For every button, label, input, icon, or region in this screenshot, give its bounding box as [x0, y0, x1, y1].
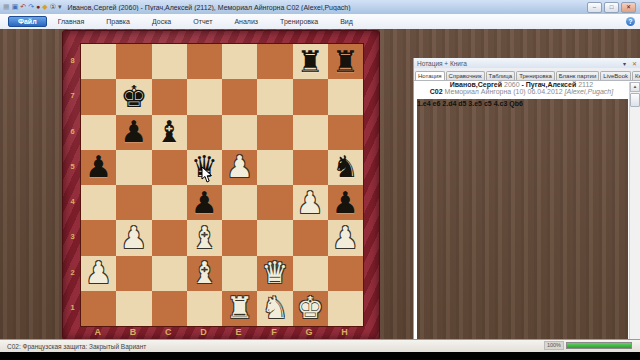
square-c8[interactable]	[152, 44, 187, 79]
title-bar: ▦▣↶↷●◆①▾ Иванов,Сергей (2060) - Пугач,Ал…	[0, 0, 640, 15]
quick-access-toolbar: ▦▣↶↷●◆①▾	[0, 3, 61, 11]
menu-item-анализ[interactable]: Анализ	[223, 16, 269, 27]
square-c1[interactable]	[152, 291, 187, 326]
progress-fill	[567, 343, 631, 348]
tab-бланк-партии[interactable]: Бланк партии	[556, 71, 600, 80]
opening-name: C02: Французская защита: Закрытый Вариан…	[0, 343, 146, 350]
scrollbar-thumb[interactable]	[630, 93, 640, 107]
progress-bar	[566, 342, 632, 349]
rank-label-2: 2	[66, 255, 79, 290]
square-b2[interactable]	[116, 256, 151, 291]
black-rook[interactable]: ♜	[293, 44, 328, 79]
players-line: Иванов,Сергей 2060 - Пугач,Алексей 2112	[414, 81, 629, 88]
rank-label-1: 1	[66, 290, 79, 325]
square-g8[interactable]: ♜	[293, 44, 328, 79]
menu-bar: Файл ГлавнаяПравкаДоскаОтчетАнализТренир…	[0, 14, 640, 30]
file-label-d: D	[186, 325, 221, 338]
square-e8[interactable]	[222, 44, 257, 79]
menu-item-доска[interactable]: Доска	[141, 16, 182, 27]
white-knight[interactable]: ♞	[257, 291, 292, 326]
white-queen[interactable]: ♛	[257, 256, 292, 291]
menu-items: ГлавнаяПравкаДоскаОтчетАнализТренировкаВ…	[47, 16, 364, 27]
menu-item-правка[interactable]: Правка	[95, 16, 141, 27]
square-e3[interactable]	[222, 220, 257, 255]
menu-item-вид[interactable]: Вид	[329, 16, 364, 27]
event-info: Мемориал Айнгорна (10) 06.04.2012	[443, 88, 565, 95]
square-e1[interactable]: ♜	[222, 291, 257, 326]
file-label-a: A	[80, 325, 115, 338]
close-button[interactable]: ✕	[621, 2, 636, 13]
notation-panel: Нотация + Книга ▾ ✕ НотацияСправочникТаб…	[413, 58, 640, 360]
panel-title: Нотация + Книга	[414, 60, 620, 67]
tab-нотация[interactable]: Нотация	[415, 71, 445, 81]
annotator: [Alexei,Pugach]	[565, 88, 614, 95]
menu-item-тренировка[interactable]: Тренировка	[269, 16, 329, 27]
event-line: C02 Мемориал Айнгорна (10) 06.04.2012 [A…	[414, 88, 629, 95]
square-h5[interactable]: ♞	[328, 150, 363, 185]
file-label-c: C	[151, 325, 186, 338]
black-player: Пугач,Алексей	[526, 81, 576, 88]
tab-livebook[interactable]: LiveBook	[600, 71, 631, 80]
file-label-h: H	[327, 325, 362, 338]
square-f5[interactable]	[257, 150, 292, 185]
rank-label-6: 6	[66, 114, 79, 149]
square-e5[interactable]: ♟	[222, 150, 257, 185]
file-label-e: E	[221, 325, 256, 338]
black-bishop[interactable]: ♝	[152, 115, 187, 150]
key-icon[interactable]: ◆	[42, 3, 47, 11]
file-label-g: G	[292, 325, 327, 338]
square-d8[interactable]	[187, 44, 222, 79]
pin-icon[interactable]: ①	[50, 3, 56, 11]
tab-книга[interactable]: Книга	[632, 71, 640, 80]
white-king[interactable]: ♚	[293, 291, 328, 326]
white-rook[interactable]: ♜	[222, 291, 257, 326]
square-h8[interactable]: ♜	[328, 44, 363, 79]
white-player: Иванов,Сергей	[450, 81, 502, 88]
maximize-button[interactable]: □	[604, 2, 619, 13]
board-grid[interactable]: ♜♜♚♟♝♟♛♟♞♟♟♟♟♝♟♟♝♛♜♞♚	[80, 43, 364, 327]
progress-indicator: 100%	[544, 341, 632, 350]
square-d7[interactable]	[187, 79, 222, 114]
black-rook[interactable]: ♜	[328, 44, 363, 79]
rank-label-7: 7	[66, 78, 79, 113]
square-b7[interactable]: ♚	[116, 79, 151, 114]
square-f6[interactable]	[257, 115, 292, 150]
square-h2[interactable]	[328, 256, 363, 291]
square-g2[interactable]	[293, 256, 328, 291]
redo-icon[interactable]: ↷	[28, 3, 34, 11]
notation-scrollbar[interactable]: ▲ ▼	[629, 82, 640, 360]
tab-тренировка[interactable]: Тренировка	[516, 71, 555, 80]
square-g7[interactable]	[293, 79, 328, 114]
square-b3[interactable]: ♟	[116, 220, 151, 255]
progress-label: 100%	[544, 341, 564, 350]
square-a6[interactable]	[81, 115, 116, 150]
square-c2[interactable]	[152, 256, 187, 291]
square-a7[interactable]	[81, 79, 116, 114]
mouse-cursor	[201, 167, 213, 183]
square-f4[interactable]	[257, 185, 292, 220]
white-pawn[interactable]: ♟	[293, 185, 328, 220]
moves-list: 1.e4 e6 2.d4 d5 3.e5 c5 4.c3 Qb6[4...Nc6…	[417, 99, 628, 360]
menu-item-главная[interactable]: Главная	[47, 16, 96, 27]
black-pawn[interactable]: ♟	[328, 185, 363, 220]
square-b8[interactable]	[116, 44, 151, 79]
tab-справочник[interactable]: Справочник	[446, 71, 485, 80]
file-label-f: F	[256, 325, 291, 338]
square-b6[interactable]: ♟	[116, 115, 151, 150]
app-icon[interactable]: ▦	[3, 3, 10, 11]
square-b4[interactable]	[116, 185, 151, 220]
square-d6[interactable]	[187, 115, 222, 150]
rank-label-3: 3	[66, 219, 79, 254]
square-c3[interactable]	[152, 220, 187, 255]
square-a4[interactable]	[81, 185, 116, 220]
file-labels: ABCDEFGH	[80, 325, 362, 338]
move-text[interactable]: 1.e4 e6 2.d4 d5 3.e5 c5 4.c3 Qb6	[417, 100, 523, 107]
game-header: Иванов,Сергей 2060 - Пугач,Алексей 2112 …	[414, 81, 629, 99]
black-knight[interactable]: ♞	[328, 150, 363, 185]
square-a1[interactable]	[81, 291, 116, 326]
square-d4[interactable]: ♟	[187, 185, 222, 220]
white-bishop[interactable]: ♝	[187, 256, 222, 291]
square-d2[interactable]: ♝	[187, 256, 222, 291]
black-pawn[interactable]: ♟	[187, 185, 222, 220]
black-pawn[interactable]: ♟	[81, 150, 116, 185]
square-b1[interactable]	[116, 291, 151, 326]
file-menu-button[interactable]: Файл	[8, 16, 47, 27]
white-bishop[interactable]: ♝	[187, 220, 222, 255]
menu-item-отчет[interactable]: Отчет	[182, 16, 223, 27]
white-pawn[interactable]: ♟	[116, 220, 151, 255]
white-pawn[interactable]: ♟	[328, 220, 363, 255]
square-g5[interactable]	[293, 150, 328, 185]
rank-label-5: 5	[66, 149, 79, 184]
square-e4[interactable]	[222, 185, 257, 220]
square-f2[interactable]: ♛	[257, 256, 292, 291]
bottom-strip	[0, 352, 640, 360]
square-c4[interactable]	[152, 185, 187, 220]
notation-line[interactable]: 1.e4 e6 2.d4 d5 3.e5 c5 4.c3 Qb6	[417, 99, 628, 360]
notation-tabs: НотацияСправочникТаблицаТренировкаБланк …	[414, 68, 640, 81]
square-a5[interactable]: ♟	[81, 150, 116, 185]
chess-board: 87654321 ♜♜♚♟♝♟♛♟♞♟♟♟♟♝♟♟♝♛♜♞♚ ABCDEFGH	[62, 30, 380, 340]
window-controls: –□✕	[587, 2, 640, 13]
rank-labels: 87654321	[66, 43, 79, 325]
square-c6[interactable]: ♝	[152, 115, 187, 150]
square-f1[interactable]: ♞	[257, 291, 292, 326]
square-h4[interactable]: ♟	[328, 185, 363, 220]
square-a8[interactable]	[81, 44, 116, 79]
save-icon[interactable]: ▣	[12, 3, 19, 11]
record-icon[interactable]: ●	[36, 3, 40, 11]
white-pawn[interactable]: ♟	[81, 256, 116, 291]
black-elo: 2112	[576, 81, 593, 88]
square-e2[interactable]	[222, 256, 257, 291]
undo-icon[interactable]: ↶	[20, 3, 26, 11]
square-h7[interactable]	[328, 79, 363, 114]
square-f8[interactable]	[257, 44, 292, 79]
white-pawn[interactable]: ♟	[222, 150, 257, 185]
square-g4[interactable]: ♟	[293, 185, 328, 220]
white-elo: 2060	[502, 81, 520, 88]
help-icon[interactable]: ?	[626, 17, 635, 26]
panel-close-icon[interactable]: ✕	[629, 60, 640, 67]
black-king[interactable]: ♚	[116, 79, 151, 114]
square-h1[interactable]	[328, 291, 363, 326]
square-e6[interactable]	[222, 115, 257, 150]
square-h3[interactable]: ♟	[328, 220, 363, 255]
square-d3[interactable]: ♝	[187, 220, 222, 255]
main-area: 87654321 ♜♜♚♟♝♟♛♟♞♟♟♟♟♝♟♟♝♛♜♞♚ ABCDEFGH …	[0, 29, 640, 339]
tab-таблица[interactable]: Таблица	[486, 71, 516, 80]
square-g1[interactable]: ♚	[293, 291, 328, 326]
square-a3[interactable]	[81, 220, 116, 255]
square-b5[interactable]	[116, 150, 151, 185]
rank-label-4: 4	[66, 184, 79, 219]
toolbar-dropdown-icon[interactable]: ▾	[58, 3, 62, 11]
square-g3[interactable]	[293, 220, 328, 255]
square-f7[interactable]	[257, 79, 292, 114]
file-label-b: B	[115, 325, 150, 338]
square-d1[interactable]	[187, 291, 222, 326]
scroll-up-icon[interactable]: ▲	[630, 82, 640, 92]
square-e7[interactable]	[222, 79, 257, 114]
square-f3[interactable]	[257, 220, 292, 255]
square-a2[interactable]: ♟	[81, 256, 116, 291]
window-title: Иванов,Сергей (2060) - Пугач,Алексей (21…	[67, 4, 587, 11]
minimize-button[interactable]: –	[587, 2, 602, 13]
square-h6[interactable]	[328, 115, 363, 150]
rank-label-8: 8	[66, 43, 79, 78]
square-c7[interactable]	[152, 79, 187, 114]
square-g6[interactable]	[293, 115, 328, 150]
black-pawn[interactable]: ♟	[116, 115, 151, 150]
square-c5[interactable]	[152, 150, 187, 185]
eco-code: C02	[430, 88, 443, 95]
panel-dropdown-icon[interactable]: ▾	[620, 60, 629, 67]
